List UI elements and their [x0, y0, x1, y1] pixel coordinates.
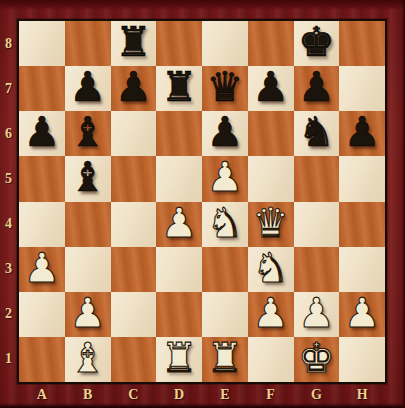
- file-labels: ABCDEFGH: [19, 385, 385, 404]
- white-queen-f4[interactable]: ♛: [252, 201, 289, 246]
- rank-label-1: 1: [0, 337, 17, 382]
- black-pawn-g7[interactable]: ♟: [298, 65, 335, 110]
- square-a2[interactable]: [19, 292, 65, 337]
- black-king-g8[interactable]: ♚: [298, 20, 335, 65]
- white-pawn-e5[interactable]: ♟: [206, 155, 243, 200]
- square-b8[interactable]: [65, 21, 111, 66]
- chess-diagram: 87654321 ♜♚♟♟♜♛♟♟♟♝♟♞♟♝♟♟♞♛♟♞♟♟♟♟♝♜♜♚ AB…: [0, 0, 405, 408]
- white-rook-e1[interactable]: ♜: [206, 336, 243, 381]
- rank-label-8: 8: [0, 21, 17, 66]
- square-a3[interactable]: ♟: [19, 247, 65, 292]
- file-label-c: C: [111, 385, 157, 404]
- square-f4[interactable]: ♛: [248, 202, 294, 247]
- square-e3[interactable]: [202, 247, 248, 292]
- square-g8[interactable]: ♚: [294, 21, 340, 66]
- square-f8[interactable]: [248, 21, 294, 66]
- square-f2[interactable]: ♟: [248, 292, 294, 337]
- black-bishop-b5[interactable]: ♝: [69, 155, 106, 200]
- square-d6[interactable]: [156, 111, 202, 156]
- rank-label-7: 7: [0, 66, 17, 111]
- rank-label-2: 2: [0, 292, 17, 337]
- square-d2[interactable]: [156, 292, 202, 337]
- square-b2[interactable]: ♟: [65, 292, 111, 337]
- black-queen-e7[interactable]: ♛: [206, 65, 243, 110]
- square-g7[interactable]: ♟: [294, 66, 340, 111]
- file-label-b: B: [65, 385, 111, 404]
- square-b6[interactable]: ♝: [65, 111, 111, 156]
- file-label-a: A: [19, 385, 65, 404]
- square-f6[interactable]: [248, 111, 294, 156]
- square-d1[interactable]: ♜: [156, 337, 202, 382]
- black-pawn-f7[interactable]: ♟: [252, 65, 289, 110]
- black-pawn-h6[interactable]: ♟: [344, 110, 381, 155]
- square-d3[interactable]: [156, 247, 202, 292]
- square-a7[interactable]: [19, 66, 65, 111]
- square-h7[interactable]: [339, 66, 385, 111]
- square-a1[interactable]: [19, 337, 65, 382]
- square-c5[interactable]: [111, 156, 157, 201]
- square-h2[interactable]: ♟: [339, 292, 385, 337]
- square-g4[interactable]: [294, 202, 340, 247]
- square-c1[interactable]: [111, 337, 157, 382]
- square-e5[interactable]: ♟: [202, 156, 248, 201]
- white-pawn-h2[interactable]: ♟: [344, 291, 381, 336]
- black-pawn-e6[interactable]: ♟: [206, 110, 243, 155]
- square-c7[interactable]: ♟: [111, 66, 157, 111]
- square-f5[interactable]: [248, 156, 294, 201]
- square-a8[interactable]: [19, 21, 65, 66]
- black-rook-d7[interactable]: ♜: [161, 65, 198, 110]
- square-d5[interactable]: [156, 156, 202, 201]
- white-king-g1[interactable]: ♚: [298, 336, 335, 381]
- square-h4[interactable]: [339, 202, 385, 247]
- black-knight-g6[interactable]: ♞: [298, 110, 335, 155]
- square-h1[interactable]: [339, 337, 385, 382]
- black-rook-c8[interactable]: ♜: [115, 20, 152, 65]
- black-pawn-c7[interactable]: ♟: [115, 65, 152, 110]
- chess-board: ♜♚♟♟♜♛♟♟♟♝♟♞♟♝♟♟♞♛♟♞♟♟♟♟♝♜♜♚: [17, 19, 387, 384]
- square-a6[interactable]: ♟: [19, 111, 65, 156]
- white-rook-d1[interactable]: ♜: [161, 336, 198, 381]
- square-a4[interactable]: [19, 202, 65, 247]
- square-e4[interactable]: ♞: [202, 202, 248, 247]
- white-pawn-g2[interactable]: ♟: [298, 291, 335, 336]
- square-c8[interactable]: ♜: [111, 21, 157, 66]
- square-c2[interactable]: [111, 292, 157, 337]
- square-c3[interactable]: [111, 247, 157, 292]
- white-pawn-f2[interactable]: ♟: [252, 291, 289, 336]
- white-knight-e4[interactable]: ♞: [206, 201, 243, 246]
- square-d7[interactable]: ♜: [156, 66, 202, 111]
- square-h8[interactable]: [339, 21, 385, 66]
- white-pawn-b2[interactable]: ♟: [69, 291, 106, 336]
- square-e1[interactable]: ♜: [202, 337, 248, 382]
- square-h3[interactable]: [339, 247, 385, 292]
- square-d8[interactable]: [156, 21, 202, 66]
- square-e7[interactable]: ♛: [202, 66, 248, 111]
- rank-label-3: 3: [0, 247, 17, 292]
- square-d4[interactable]: ♟: [156, 202, 202, 247]
- file-label-f: F: [248, 385, 294, 404]
- square-b7[interactable]: ♟: [65, 66, 111, 111]
- frame-top-shading: [0, 0, 405, 10]
- file-label-d: D: [156, 385, 202, 404]
- black-pawn-b7[interactable]: ♟: [69, 65, 106, 110]
- square-g6[interactable]: ♞: [294, 111, 340, 156]
- square-b3[interactable]: [65, 247, 111, 292]
- frame-right-shading: [401, 0, 405, 408]
- square-a5[interactable]: [19, 156, 65, 201]
- rank-labels: 87654321: [0, 21, 17, 382]
- white-knight-f3[interactable]: ♞: [252, 246, 289, 291]
- rank-label-4: 4: [0, 202, 17, 247]
- square-f1[interactable]: [248, 337, 294, 382]
- file-label-e: E: [202, 385, 248, 404]
- square-e2[interactable]: [202, 292, 248, 337]
- square-c6[interactable]: [111, 111, 157, 156]
- square-e6[interactable]: ♟: [202, 111, 248, 156]
- white-pawn-d4[interactable]: ♟: [161, 201, 198, 246]
- black-pawn-a6[interactable]: ♟: [23, 110, 60, 155]
- file-label-h: H: [339, 385, 385, 404]
- rank-label-6: 6: [0, 111, 17, 156]
- square-b1[interactable]: ♝: [65, 337, 111, 382]
- white-pawn-a3[interactable]: ♟: [23, 246, 60, 291]
- square-h5[interactable]: [339, 156, 385, 201]
- square-g2[interactable]: ♟: [294, 292, 340, 337]
- square-g1[interactable]: ♚: [294, 337, 340, 382]
- white-bishop-b1[interactable]: ♝: [69, 336, 106, 381]
- square-f3[interactable]: ♞: [248, 247, 294, 292]
- square-e8[interactable]: [202, 21, 248, 66]
- rank-label-5: 5: [0, 156, 17, 201]
- file-label-g: G: [294, 385, 340, 404]
- square-g5[interactable]: [294, 156, 340, 201]
- square-h6[interactable]: ♟: [339, 111, 385, 156]
- square-c4[interactable]: [111, 202, 157, 247]
- square-g3[interactable]: [294, 247, 340, 292]
- black-bishop-b6[interactable]: ♝: [69, 110, 106, 155]
- square-f7[interactable]: ♟: [248, 66, 294, 111]
- square-b4[interactable]: [65, 202, 111, 247]
- square-b5[interactable]: ♝: [65, 156, 111, 201]
